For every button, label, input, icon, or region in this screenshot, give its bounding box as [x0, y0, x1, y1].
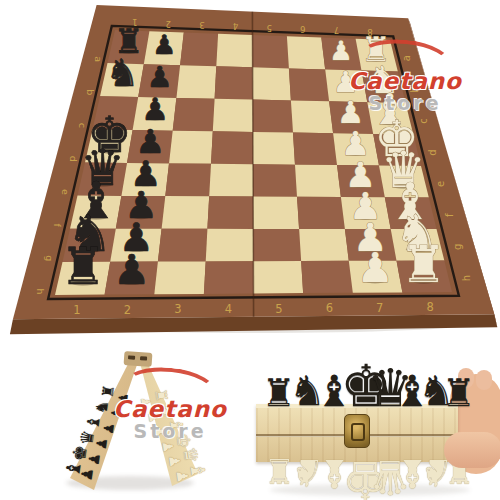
coord-bottom-6: 6	[326, 301, 333, 315]
square-a5	[253, 35, 289, 68]
square-a3	[180, 33, 218, 67]
piece-wR-h8: ♜	[401, 234, 447, 294]
square-h4	[204, 261, 254, 294]
coord-bottom-7: 7	[376, 301, 383, 315]
square-g3	[158, 229, 208, 262]
piece-bP-a2: ♟	[152, 29, 176, 60]
tent-hinge-ridge	[124, 351, 153, 367]
coord-right-h: h	[461, 275, 472, 281]
coord-bottom-3: 3	[174, 302, 181, 316]
brass-latch-icon	[344, 414, 370, 448]
square-d3	[169, 131, 213, 164]
square-g6	[299, 229, 349, 261]
folded-board-tent: ♜♞♝♛♚♝♟♟♟♟♟♟♜♞♝♚♛♝♟♟♟♟♟♟	[58, 348, 208, 498]
square-e4	[209, 164, 253, 197]
coord-right-d: d	[427, 149, 438, 155]
coord-top-2: 2	[166, 19, 171, 29]
coord-right-g: g	[452, 244, 463, 250]
handboard-shadow	[270, 484, 470, 496]
hand-finger	[476, 370, 492, 390]
square-c4	[213, 99, 253, 132]
square-h3	[154, 261, 205, 294]
square-b3	[176, 65, 216, 99]
coord-right-e: e	[435, 181, 446, 187]
square-b6	[289, 68, 329, 101]
piece-bN-b1: ♞	[106, 51, 140, 95]
square-d4	[211, 131, 253, 164]
coord-left-g: g	[44, 255, 55, 261]
square-d5	[253, 132, 295, 165]
square-f6	[297, 197, 345, 229]
square-b4	[215, 66, 253, 99]
square-f3	[162, 196, 210, 229]
coord-left-e: e	[60, 189, 71, 195]
coord-right-f: f	[444, 213, 455, 217]
square-f5	[253, 197, 299, 229]
piece-wP-a7: ♟	[329, 35, 353, 66]
square-b5	[253, 67, 291, 100]
coord-bottom-2: 2	[124, 303, 131, 317]
piece-bP-b2: ♟	[147, 60, 173, 94]
piece-bR-h1: ♜	[60, 236, 106, 296]
coord-right-c: c	[418, 118, 429, 124]
coord-left-h: h	[35, 288, 46, 294]
coord-left-b: b	[85, 89, 96, 95]
square-a4	[216, 34, 252, 68]
square-a6	[287, 36, 325, 69]
square-e3	[165, 163, 211, 196]
square-h5	[253, 261, 303, 294]
coord-bottom-8: 8	[427, 300, 434, 314]
coord-bottom-5: 5	[275, 302, 282, 316]
coord-left-d: d	[68, 156, 79, 162]
square-e6	[295, 165, 341, 197]
coord-right-b: b	[410, 86, 421, 92]
coord-left-a: a	[93, 56, 104, 62]
square-c5	[253, 100, 293, 133]
hand-thumb	[444, 432, 500, 468]
hand-finger	[458, 368, 474, 388]
coord-top-4: 4	[233, 21, 238, 31]
square-f4	[207, 196, 253, 229]
square-d6	[293, 133, 337, 166]
coord-top-6: 6	[300, 24, 305, 34]
chess-board: 1122334455667788aabbccddeeffgghh♜♟♟♜♞♟♟♞…	[0, 0, 500, 346]
hand-held-folded-board: ♜♞♝♚♛♝♞♜♜♞♝♚♛♝♞♜	[252, 348, 500, 500]
product-photo: 1122334455667788aabbccddeeffgghh♜♟♟♜♞♟♟♞…	[0, 0, 500, 500]
coord-top-3: 3	[199, 20, 204, 30]
square-e5	[253, 164, 297, 197]
square-g4	[206, 229, 254, 262]
piece-bP-h2: ♟	[113, 246, 150, 294]
square-c3	[173, 98, 215, 131]
coord-top-5: 5	[267, 23, 272, 33]
coord-bottom-1: 1	[73, 303, 80, 317]
piece-wP-h7: ♟	[357, 244, 394, 292]
square-c6	[291, 101, 333, 134]
coord-right-a: a	[401, 55, 412, 61]
square-g5	[253, 229, 301, 261]
square-h6	[301, 261, 353, 293]
coord-bottom-4: 4	[225, 302, 232, 316]
